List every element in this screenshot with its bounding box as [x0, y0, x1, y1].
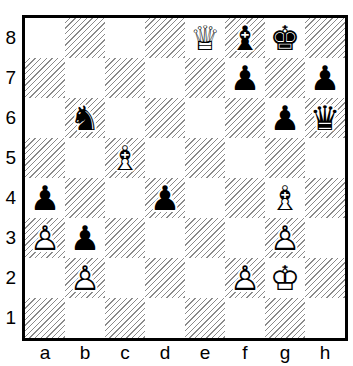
square-b3[interactable]: ♟♟: [65, 218, 105, 258]
black-pawn: ♟: [305, 58, 345, 98]
square-b7[interactable]: [65, 58, 105, 98]
file-label-a: a: [25, 340, 65, 366]
square-c4[interactable]: [105, 178, 145, 218]
square-e8[interactable]: ♛♕: [185, 18, 225, 58]
square-b1[interactable]: [65, 298, 105, 338]
square-h8[interactable]: [305, 18, 345, 58]
square-c1[interactable]: [105, 298, 145, 338]
square-f4[interactable]: [225, 178, 265, 218]
square-f2[interactable]: ♟♙: [225, 258, 265, 298]
square-a5[interactable]: [25, 138, 65, 178]
square-g2[interactable]: ♚♔: [265, 258, 305, 298]
square-d3[interactable]: [145, 218, 185, 258]
square-e5[interactable]: [185, 138, 225, 178]
square-h7[interactable]: ♟♟: [305, 58, 345, 98]
black-pawn: ♟: [25, 178, 65, 218]
square-c3[interactable]: [105, 218, 145, 258]
rank-label-4: 4: [0, 178, 20, 218]
square-c5[interactable]: ♝♗: [105, 138, 145, 178]
file-label-h: h: [305, 340, 345, 366]
square-a2[interactable]: [25, 258, 65, 298]
square-c7[interactable]: [105, 58, 145, 98]
rank-label-2: 2: [0, 258, 20, 298]
square-e4[interactable]: [185, 178, 225, 218]
square-h2[interactable]: [305, 258, 345, 298]
square-e1[interactable]: [185, 298, 225, 338]
square-d2[interactable]: [145, 258, 185, 298]
square-c8[interactable]: [105, 18, 145, 58]
black-knight: ♞: [65, 98, 105, 138]
square-a3[interactable]: ♟♙: [25, 218, 65, 258]
square-f7[interactable]: ♟♟: [225, 58, 265, 98]
square-f6[interactable]: [225, 98, 265, 138]
rank-label-7: 7: [0, 58, 20, 98]
white-queen: ♕: [185, 18, 225, 58]
square-b6[interactable]: ♞♞: [65, 98, 105, 138]
white-king: ♔: [265, 258, 305, 298]
white-pawn: ♙: [65, 258, 105, 298]
chess-diagram: 87654321 ♛♕♝♝♚♚♟♟♟♟♞♞♟♟♛♛♝♗♟♟♟♟♝♗♟♙♟♟♟♙♟…: [0, 0, 353, 366]
black-pawn: ♟: [265, 98, 305, 138]
square-a8[interactable]: [25, 18, 65, 58]
chess-board: ♛♕♝♝♚♚♟♟♟♟♞♞♟♟♛♛♝♗♟♟♟♟♝♗♟♙♟♟♟♙♟♙♟♙♚♔: [22, 15, 348, 341]
square-b8[interactable]: [65, 18, 105, 58]
square-a1[interactable]: [25, 298, 65, 338]
square-h1[interactable]: [305, 298, 345, 338]
square-d8[interactable]: [145, 18, 185, 58]
black-king: ♚: [265, 18, 305, 58]
white-pawn: ♙: [265, 218, 305, 258]
file-label-g: g: [265, 340, 305, 366]
square-e7[interactable]: [185, 58, 225, 98]
square-h6[interactable]: ♛♛: [305, 98, 345, 138]
square-f5[interactable]: [225, 138, 265, 178]
square-f1[interactable]: [225, 298, 265, 338]
square-g8[interactable]: ♚♚: [265, 18, 305, 58]
black-pawn: ♟: [145, 178, 185, 218]
square-h3[interactable]: [305, 218, 345, 258]
square-g5[interactable]: [265, 138, 305, 178]
square-g7[interactable]: [265, 58, 305, 98]
square-b2[interactable]: ♟♙: [65, 258, 105, 298]
square-f8[interactable]: ♝♝: [225, 18, 265, 58]
square-f3[interactable]: [225, 218, 265, 258]
file-label-f: f: [225, 340, 265, 366]
square-d6[interactable]: [145, 98, 185, 138]
square-b5[interactable]: [65, 138, 105, 178]
square-e2[interactable]: [185, 258, 225, 298]
square-h5[interactable]: [305, 138, 345, 178]
square-e3[interactable]: [185, 218, 225, 258]
black-pawn: ♟: [65, 218, 105, 258]
rank-label-5: 5: [0, 138, 20, 178]
black-bishop: ♝: [225, 18, 265, 58]
square-b4[interactable]: [65, 178, 105, 218]
file-label-c: c: [105, 340, 145, 366]
white-pawn: ♙: [225, 258, 265, 298]
square-d4[interactable]: ♟♟: [145, 178, 185, 218]
square-h4[interactable]: [305, 178, 345, 218]
rank-labels: 87654321: [0, 18, 20, 338]
square-g1[interactable]: [265, 298, 305, 338]
file-label-e: e: [185, 340, 225, 366]
rank-label-3: 3: [0, 218, 20, 258]
square-a6[interactable]: [25, 98, 65, 138]
file-label-d: d: [145, 340, 185, 366]
file-label-b: b: [65, 340, 105, 366]
white-bishop: ♗: [265, 178, 305, 218]
square-d1[interactable]: [145, 298, 185, 338]
square-c2[interactable]: [105, 258, 145, 298]
black-pawn: ♟: [225, 58, 265, 98]
white-pawn: ♙: [25, 218, 65, 258]
file-labels: abcdefgh: [25, 340, 345, 366]
square-d5[interactable]: [145, 138, 185, 178]
rank-label-8: 8: [0, 18, 20, 58]
square-e6[interactable]: [185, 98, 225, 138]
square-g6[interactable]: ♟♟: [265, 98, 305, 138]
square-a4[interactable]: ♟♟: [25, 178, 65, 218]
rank-label-6: 6: [0, 98, 20, 138]
square-g3[interactable]: ♟♙: [265, 218, 305, 258]
rank-label-1: 1: [0, 298, 20, 338]
square-c6[interactable]: [105, 98, 145, 138]
square-d7[interactable]: [145, 58, 185, 98]
square-g4[interactable]: ♝♗: [265, 178, 305, 218]
black-queen: ♛: [305, 98, 345, 138]
square-a7[interactable]: [25, 58, 65, 98]
white-bishop: ♗: [105, 138, 145, 178]
